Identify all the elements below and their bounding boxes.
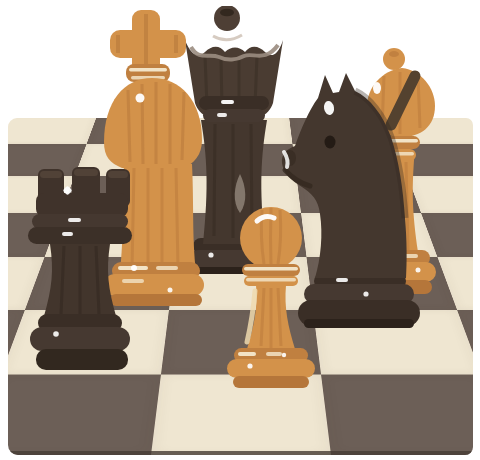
king-crown-dome: [104, 78, 202, 168]
board-square[interactable]: [321, 374, 473, 455]
knight-eye: [325, 136, 336, 149]
rook-illustration: [26, 166, 134, 374]
piece-light-pawn[interactable]: ♙: [226, 198, 316, 390]
pawn-illustration: [226, 198, 316, 390]
stage: ♛ ♔: [0, 0, 480, 460]
board-square[interactable]: [8, 118, 96, 144]
king-sparkle: [136, 94, 145, 103]
board-front-edge: [8, 451, 473, 455]
piece-dark-rook[interactable]: ♜: [26, 166, 134, 374]
board-square[interactable]: [8, 374, 160, 455]
